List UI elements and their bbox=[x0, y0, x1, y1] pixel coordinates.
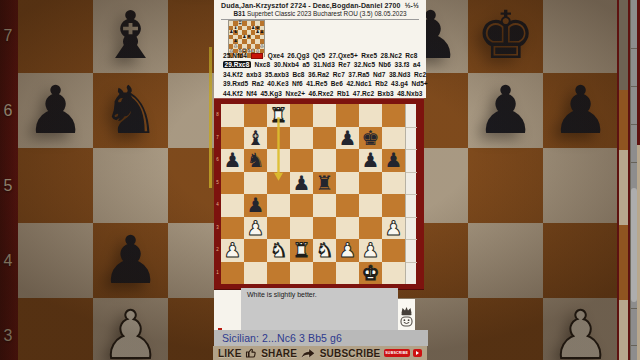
move-token[interactable]: a5 bbox=[302, 61, 309, 68]
diagram-rank-label-2: 2 bbox=[214, 248, 221, 253]
square-b3[interactable]: ♟ bbox=[244, 217, 267, 240]
piece-white-rook-c8[interactable]: ♜ bbox=[270, 105, 288, 125]
square-h6: ♟ bbox=[543, 73, 618, 148]
square-b4[interactable]: ♟ bbox=[244, 194, 267, 217]
piece-white-knight-e2[interactable]: ♞ bbox=[316, 240, 334, 260]
move-token[interactable]: 33.f3 bbox=[394, 61, 409, 68]
piece-black-pawn-b4: ♟ bbox=[101, 228, 160, 294]
move-token[interactable]: 46.Rxe2 bbox=[309, 90, 334, 97]
piece-white-pawn-h3: ♟ bbox=[551, 303, 610, 360]
share-button[interactable]: SHARE bbox=[261, 348, 297, 359]
piece-black-pawn-d5[interactable]: ♟ bbox=[293, 173, 311, 193]
square-b4: ♟ bbox=[93, 223, 168, 298]
square-a2[interactable]: ♟ bbox=[221, 239, 244, 262]
square-h8[interactable] bbox=[382, 104, 405, 127]
square-b7: ♝ bbox=[93, 0, 168, 73]
move-token[interactable]: Nf4 bbox=[246, 90, 257, 97]
move-token[interactable]: 34.Kf2 bbox=[223, 71, 243, 78]
edge-square bbox=[619, 90, 628, 150]
medal-marker bbox=[251, 53, 263, 59]
square-b5[interactable] bbox=[244, 172, 267, 195]
square-f7[interactable]: ♟ bbox=[336, 127, 359, 150]
square-c5[interactable] bbox=[267, 172, 290, 195]
bg-rank-label-5: 5 bbox=[0, 178, 16, 194]
move-token[interactable]: Re7 bbox=[338, 61, 350, 68]
move-token[interactable]: 45.Kg3 bbox=[260, 90, 282, 97]
square-e4[interactable] bbox=[313, 194, 336, 217]
bg-rank-label-4: 4 bbox=[0, 253, 16, 269]
square-h4[interactable] bbox=[382, 194, 405, 217]
scroll-tick bbox=[406, 262, 417, 263]
event-line: B31 Superbet Classic 2023 Bucharest ROU … bbox=[214, 10, 426, 18]
diagram-rank-label-6: 6 bbox=[214, 158, 221, 163]
square-d7[interactable] bbox=[290, 127, 313, 150]
event-name: Superbet Classic 2023 Bucharest ROU (3.5… bbox=[247, 10, 407, 17]
square-d6[interactable] bbox=[290, 149, 313, 172]
move-token[interactable]: Qe5 bbox=[313, 52, 325, 59]
square-h3: ♟ bbox=[543, 298, 618, 360]
edge-square bbox=[619, 225, 628, 300]
square-h4 bbox=[543, 223, 618, 298]
move-token[interactable]: Nd7 bbox=[373, 71, 385, 78]
youtube-play-icon[interactable] bbox=[413, 349, 422, 357]
move-token[interactable]: Ra2 bbox=[252, 80, 264, 87]
square-g1[interactable]: ♚ bbox=[359, 262, 382, 285]
opening-name: Sicilian: 2...Nc6 3 Bb5 g6 bbox=[222, 332, 342, 344]
scroll-tick bbox=[406, 217, 417, 218]
square-f8[interactable] bbox=[336, 104, 359, 127]
square-g4[interactable] bbox=[359, 194, 382, 217]
move-token[interactable]: 38.Nd3 bbox=[389, 71, 411, 78]
move-token[interactable]: Rc2 bbox=[414, 71, 426, 78]
square-g7: ♚ bbox=[468, 0, 543, 73]
square-g5[interactable] bbox=[359, 172, 382, 195]
square-g8[interactable] bbox=[359, 104, 382, 127]
chessboard-frame: 87654321 ♜♝♟♚♟♞♟♟♟♜♟♟♟♟♞♜♞♟♟♚ bbox=[214, 98, 424, 290]
piece-white-pawn-f2[interactable]: ♟ bbox=[339, 240, 357, 260]
move-token[interactable]: Rxe5 bbox=[361, 52, 377, 59]
share-arrow-icon[interactable] bbox=[300, 347, 316, 359]
square-e8[interactable] bbox=[313, 104, 336, 127]
square-g3[interactable] bbox=[359, 217, 382, 240]
square-e6[interactable] bbox=[313, 149, 336, 172]
edge-square bbox=[619, 300, 628, 360]
square-h5[interactable] bbox=[382, 172, 405, 195]
square-h7[interactable] bbox=[382, 127, 405, 150]
eco-code: B31 bbox=[233, 10, 245, 17]
square-g3 bbox=[468, 298, 543, 360]
move-token[interactable]: axb3 bbox=[246, 71, 261, 78]
notation-line-2: 29.Rxc8 Nxc8 30.Nxb4 a5 31.Nd3 Re7 32.Nc… bbox=[223, 60, 423, 69]
move-token[interactable]: 26.Qg3 bbox=[287, 52, 309, 59]
notation-line-1: 25.Nfd4 Qxe4 26.Qg3 Qe5 27.Qxe5+ Rxe5 28… bbox=[223, 51, 423, 60]
piece-black-knight-b6: ♞ bbox=[101, 78, 160, 144]
square-g7[interactable]: ♚ bbox=[359, 127, 382, 150]
move-token[interactable]: Bc8 bbox=[292, 71, 304, 78]
square-d2[interactable]: ♜ bbox=[290, 239, 313, 262]
square-a4 bbox=[18, 223, 93, 298]
square-a3[interactable] bbox=[221, 217, 244, 240]
move-token[interactable]: 25.Nfd4 bbox=[223, 52, 247, 59]
piece-black-bishop-b7: ♝ bbox=[101, 3, 160, 69]
bg-rank-label-6: 6 bbox=[0, 103, 16, 119]
game-header: Duda,Jan-Krzysztof 2724 - Deac,Bogdan-Da… bbox=[214, 1, 426, 18]
square-b5 bbox=[93, 148, 168, 223]
subscribe-label[interactable]: SUBSCRIBE bbox=[320, 348, 381, 359]
piece-black-rook-e5[interactable]: ♜ bbox=[316, 173, 334, 193]
subscribe-button-label: SUBSCRIBE bbox=[385, 351, 408, 355]
evaluation-text: White is slightly better. bbox=[247, 291, 317, 298]
square-d8[interactable] bbox=[290, 104, 313, 127]
main-chessboard[interactable]: ♜♝♟♚♟♞♟♟♟♜♟♟♟♟♞♜♞♟♟♚ bbox=[221, 104, 405, 284]
scroll-tick bbox=[406, 194, 417, 195]
square-g4 bbox=[468, 223, 543, 298]
move-token[interactable]: 40.Ke3 bbox=[267, 80, 288, 87]
square-c8[interactable]: ♜ bbox=[267, 104, 290, 127]
square-a7 bbox=[18, 0, 93, 73]
square-b6[interactable]: ♞ bbox=[244, 149, 267, 172]
square-e3[interactable] bbox=[313, 217, 336, 240]
like-button[interactable]: LIKE bbox=[218, 348, 242, 359]
move-token[interactable]: 32.Nc5 bbox=[354, 61, 375, 68]
square-a1[interactable] bbox=[221, 262, 244, 285]
square-a7[interactable] bbox=[221, 127, 244, 150]
king-face-icon bbox=[400, 306, 413, 327]
square-c1[interactable] bbox=[267, 262, 290, 285]
background-arrow-sliver bbox=[209, 47, 212, 188]
right-border-line bbox=[617, 0, 619, 360]
move-token[interactable]: Qxe4 bbox=[268, 52, 284, 59]
square-b7[interactable]: ♝ bbox=[244, 127, 267, 150]
current-move[interactable]: 29.Rxc8 bbox=[223, 61, 251, 68]
move-token[interactable]: 27.Qxe5+ bbox=[329, 52, 358, 59]
move-token[interactable]: 36.Ra2 bbox=[308, 71, 329, 78]
diagram-rank-label-8: 8 bbox=[214, 113, 221, 118]
square-h2[interactable] bbox=[382, 239, 405, 262]
square-a4[interactable] bbox=[221, 194, 244, 217]
square-d4[interactable] bbox=[290, 194, 313, 217]
square-e2[interactable]: ♞ bbox=[313, 239, 336, 262]
square-f2[interactable]: ♟ bbox=[336, 239, 359, 262]
video-frame: ♜♝♟♚♟♞♟♟♟♜♟♟♟♟♞♜♞♟♟♚ 76543 Duda,Jan-Krzy… bbox=[0, 0, 640, 360]
piece-white-knight-c2[interactable]: ♞ bbox=[270, 240, 288, 260]
move-token[interactable]: Rc7 bbox=[333, 71, 345, 78]
move-token[interactable]: 44.Kf2 bbox=[223, 90, 243, 97]
notation-line-3: 34.Kf2 axb3 35.axb3 Bc8 36.Ra2 Rc7 37.Ra… bbox=[223, 70, 423, 79]
square-f6[interactable] bbox=[336, 149, 359, 172]
square-h1[interactable] bbox=[382, 262, 405, 285]
footer-action-bar: LIKE SHARE SUBSCRIBE SUBSCRIBE bbox=[213, 346, 427, 360]
square-e7[interactable] bbox=[313, 127, 336, 150]
piece-white-pawn-g2[interactable]: ♟ bbox=[362, 240, 380, 260]
square-h3[interactable]: ♟ bbox=[382, 217, 405, 240]
game-result: ½-½ bbox=[405, 2, 419, 9]
players-line: Duda,Jan-Krzysztof 2724 - Deac,Bogdan-Da… bbox=[214, 1, 426, 10]
piece-white-pawn-b3: ♟ bbox=[101, 303, 160, 360]
square-e1[interactable] bbox=[313, 262, 336, 285]
square-c4[interactable] bbox=[267, 194, 290, 217]
edge-square bbox=[619, 150, 628, 225]
square-c6[interactable] bbox=[267, 149, 290, 172]
square-f3[interactable] bbox=[336, 217, 359, 240]
move-list: 25.Nfd4 Qxe4 26.Qg3 Qe5 27.Qxe5+ Rxe5 28… bbox=[223, 51, 423, 98]
diagram-scrollbar[interactable] bbox=[405, 104, 416, 284]
piece-white-king-g1[interactable]: ♚ bbox=[362, 263, 380, 283]
square-h7 bbox=[543, 0, 618, 73]
subscribe-button[interactable]: SUBSCRIBE bbox=[384, 349, 410, 357]
square-a6: ♟ bbox=[18, 73, 93, 148]
evaluation-box: White is slightly better. bbox=[241, 288, 398, 331]
piece-black-pawn-f7[interactable]: ♟ bbox=[339, 128, 357, 148]
diagram-rank-label-3: 3 bbox=[214, 226, 221, 231]
right-edge-squares bbox=[619, 0, 628, 360]
scrollbar[interactable] bbox=[630, 0, 637, 360]
square-g6: ♟ bbox=[468, 73, 543, 148]
square-e5[interactable]: ♜ bbox=[313, 172, 336, 195]
move-token[interactable]: 35.axb3 bbox=[265, 71, 289, 78]
scroll-tick bbox=[406, 127, 417, 128]
piece-black-pawn-g6: ♟ bbox=[476, 78, 535, 144]
square-a5 bbox=[18, 148, 93, 223]
move-token[interactable]: Nxc8 bbox=[254, 61, 270, 68]
diagram-rank-label-4: 4 bbox=[214, 203, 221, 208]
square-d3[interactable] bbox=[290, 217, 313, 240]
move-token[interactable]: 43.g4 bbox=[391, 80, 408, 87]
background-rank-coordinates: 76543 bbox=[0, 0, 18, 360]
piece-black-king-g7[interactable]: ♚ bbox=[362, 128, 380, 148]
players-names: Duda,Jan-Krzysztof 2724 - Deac,Bogdan-Da… bbox=[221, 2, 401, 9]
square-b6: ♞ bbox=[93, 73, 168, 148]
move-token[interactable]: Nf6 bbox=[292, 80, 303, 87]
square-a3 bbox=[18, 298, 93, 360]
square-d1[interactable] bbox=[290, 262, 313, 285]
piece-black-pawn-h6: ♟ bbox=[551, 78, 610, 144]
edge-square bbox=[619, 0, 628, 90]
piece-white-pawn-b3[interactable]: ♟ bbox=[247, 218, 265, 238]
move-token[interactable]: Nd5+ bbox=[411, 80, 427, 87]
move-token[interactable]: 47.Rc2 bbox=[353, 90, 374, 97]
move-token[interactable]: Bxb3 bbox=[378, 90, 394, 97]
piece-black-king-g7: ♚ bbox=[476, 3, 535, 69]
move-token[interactable]: 42.Ndc1 bbox=[346, 80, 371, 87]
diagram-rank-coordinates: 87654321 bbox=[214, 104, 221, 284]
move-token[interactable]: 37.Ra5 bbox=[348, 71, 369, 78]
move-token[interactable]: Nb6 bbox=[379, 61, 391, 68]
move-token[interactable]: Be6 bbox=[331, 80, 343, 87]
square-b2[interactable] bbox=[244, 239, 267, 262]
square-g6[interactable]: ♟ bbox=[359, 149, 382, 172]
move-token[interactable]: 30.Nxb4 bbox=[274, 61, 299, 68]
diagram-rank-label-1: 1 bbox=[214, 271, 221, 276]
move-token[interactable]: Rb1 bbox=[337, 90, 349, 97]
notation-line-4: 39.Rxd5 Ra2 40.Ke3 Nf6 41.Re5 Be6 42.Ndc… bbox=[223, 79, 423, 88]
square-d5[interactable]: ♟ bbox=[290, 172, 313, 195]
move-token[interactable]: 41.Re5 bbox=[306, 80, 327, 87]
scrollbar-thumb[interactable] bbox=[631, 188, 637, 302]
square-a5[interactable] bbox=[221, 172, 244, 195]
piece-white-pawn-a2[interactable]: ♟ bbox=[224, 240, 242, 260]
piece-black-pawn-h6[interactable]: ♟ bbox=[385, 150, 403, 170]
piece-black-pawn-b4[interactable]: ♟ bbox=[247, 195, 265, 215]
square-g5 bbox=[468, 148, 543, 223]
bg-rank-label-7: 7 bbox=[0, 28, 16, 44]
square-h5 bbox=[543, 148, 618, 223]
bg-rank-label-3: 3 bbox=[0, 328, 16, 344]
square-c7[interactable] bbox=[267, 127, 290, 150]
square-a8[interactable] bbox=[221, 104, 244, 127]
piece-white-pawn-h3[interactable]: ♟ bbox=[385, 218, 403, 238]
piece-black-knight-b6[interactable]: ♞ bbox=[247, 150, 265, 170]
square-b8[interactable] bbox=[244, 104, 267, 127]
piece-black-bishop-b7[interactable]: ♝ bbox=[247, 128, 265, 148]
piece-black-pawn-a6: ♟ bbox=[26, 78, 85, 144]
square-f1[interactable] bbox=[336, 262, 359, 285]
move-token[interactable]: 28.Nc2 bbox=[381, 52, 402, 59]
move-token[interactable]: Rc8 bbox=[405, 52, 417, 59]
move-token[interactable]: Rb2 bbox=[375, 80, 387, 87]
square-a6[interactable]: ♟ bbox=[221, 149, 244, 172]
move-token[interactable]: 48.Nxb3 bbox=[397, 90, 422, 97]
right-edge-strip bbox=[617, 0, 640, 360]
move-token[interactable]: 39.Rxd5 bbox=[223, 80, 248, 87]
scroll-tick bbox=[406, 239, 417, 240]
piece-black-pawn-a6[interactable]: ♟ bbox=[224, 150, 242, 170]
scroll-tick bbox=[406, 149, 417, 150]
square-c2[interactable]: ♞ bbox=[267, 239, 290, 262]
square-f4[interactable] bbox=[336, 194, 359, 217]
scroll-tick bbox=[406, 172, 417, 173]
move-token[interactable]: a4 bbox=[413, 61, 420, 68]
square-b3: ♟ bbox=[93, 298, 168, 360]
assessment-mascot-box bbox=[398, 299, 415, 333]
square-h6[interactable]: ♟ bbox=[382, 149, 405, 172]
move-token[interactable]: 31.Nd3 bbox=[313, 61, 335, 68]
piece-white-rook-d2[interactable]: ♜ bbox=[293, 240, 311, 260]
piece-black-pawn-g6[interactable]: ♟ bbox=[362, 150, 380, 170]
thumbs-up-icon[interactable] bbox=[245, 347, 258, 359]
panel-lower-left bbox=[214, 288, 241, 331]
opening-strip: Sicilian: 2...Nc6 3 Bb5 g6 bbox=[214, 330, 428, 346]
notation-line-5: 44.Kf2 Nf4 45.Kg3 Nxe2+ 46.Rxe2 Rb1 47.R… bbox=[223, 89, 423, 98]
square-c3[interactable] bbox=[267, 217, 290, 240]
square-g2[interactable]: ♟ bbox=[359, 239, 382, 262]
square-f5[interactable] bbox=[336, 172, 359, 195]
square-b1[interactable] bbox=[244, 262, 267, 285]
move-token[interactable]: Nxe2+ bbox=[285, 90, 305, 97]
diagram-rank-label-5: 5 bbox=[214, 181, 221, 186]
diagram-rank-label-7: 7 bbox=[214, 136, 221, 141]
